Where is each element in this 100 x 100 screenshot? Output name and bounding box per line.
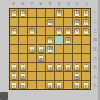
square-7d[interactable] [28,36,36,44]
square-3d[interactable]: 角 [64,36,72,44]
square-8c[interactable] [19,27,27,35]
file-label-6: 6 [36,0,45,8]
square-4i[interactable]: 金 [55,81,63,89]
piece-銀-6f[interactable]: 銀 [38,55,44,62]
piece-歩-3g[interactable]: 歩 [65,64,71,71]
square-6i[interactable] [37,81,45,89]
square-1d[interactable] [82,36,90,44]
piece-歩-9c[interactable]: 歩 [11,28,17,35]
square-9h[interactable]: 香 [10,72,18,80]
square-7i[interactable] [28,81,36,89]
square-5a[interactable] [46,9,54,17]
file-label-3: 3 [64,0,73,8]
file-label-8: 8 [18,0,27,8]
file-label-9: 9 [9,0,18,8]
square-8b[interactable] [19,18,27,26]
piece-角-3d[interactable]: 角 [65,37,71,44]
square-2b[interactable]: 銀 [73,18,81,26]
square-2i[interactable]: 桂 [73,81,81,89]
square-5c[interactable] [46,27,54,35]
piece-歩-8g[interactable]: 歩 [20,64,26,71]
square-7c[interactable]: 歩 [28,27,36,35]
square-1f[interactable] [82,54,90,62]
piece-香-1b[interactable]: 香 [83,19,89,26]
square-1c[interactable]: 歩 [82,27,90,35]
piece-歩-6e[interactable]: 歩 [38,46,44,53]
piece-銀-5e[interactable]: 銀 [47,46,53,53]
piece-歩-5d[interactable]: 歩 [47,37,53,44]
piece-歩-1c[interactable]: 歩 [83,28,89,35]
square-9f[interactable] [10,54,18,62]
square-1a[interactable]: 玉 [82,9,90,17]
square-6g[interactable] [37,63,45,71]
square-3b[interactable] [64,18,72,26]
square-4b[interactable] [55,18,63,26]
piece-金-4i[interactable]: 金 [56,82,62,89]
piece-歩-1g[interactable]: 歩 [83,64,89,71]
square-3g[interactable]: 歩 [64,63,72,71]
square-8h[interactable]: 銀 [19,72,27,80]
square-9d[interactable] [10,36,18,44]
piece-歩-7c[interactable]: 歩 [29,28,35,35]
file-label-2: 2 [73,0,82,8]
square-5g[interactable]: 歩 [46,63,54,71]
piece-歩-2c[interactable]: 歩 [74,28,80,35]
square-7e[interactable]: 歩 [28,45,36,53]
scroll-strip[interactable] [98,0,100,100]
piece-香-1i[interactable]: 香 [83,82,89,89]
square-9c[interactable]: 歩 [10,27,18,35]
piece-桂-8i[interactable]: 桂 [20,82,26,89]
piece-桂-8a[interactable]: 桂 [20,10,26,17]
piece-銀-8h[interactable]: 銀 [20,73,26,80]
square-1h[interactable] [82,72,90,80]
square-5i[interactable]: 金 [46,81,54,89]
square-3i[interactable] [64,81,72,89]
square-9a[interactable]: 香 [10,9,18,17]
square-7g[interactable] [28,63,36,71]
square-6h[interactable] [37,72,45,80]
square-3f[interactable] [64,54,72,62]
file-label-7: 7 [27,0,36,8]
file-label-5: 5 [45,0,54,8]
square-4f[interactable] [55,54,63,62]
file-label-4: 4 [55,0,64,8]
piece-歩-4c[interactable]: 歩 [56,28,62,35]
square-7b[interactable] [28,18,36,26]
square-3h[interactable] [64,72,72,80]
square-2e[interactable] [73,45,81,53]
square-3c[interactable]: 歩 [64,27,72,35]
square-8d[interactable] [19,36,27,44]
square-4g[interactable]: 歩 [55,63,63,71]
square-7f[interactable] [28,54,36,62]
square-2c[interactable]: 歩 [73,27,81,35]
piece-歩-5g[interactable]: 歩 [47,64,53,71]
square-1g[interactable]: 歩 [82,63,90,71]
square-8i[interactable]: 桂 [19,81,27,89]
square-4h[interactable] [55,72,63,80]
square-4c[interactable]: 歩 [55,27,63,35]
square-6b[interactable] [37,18,45,26]
square-1e[interactable] [82,45,90,53]
square-2h[interactable]: 飛 [73,72,81,80]
square-2g[interactable]: 歩 [73,63,81,71]
square-6a[interactable] [37,9,45,17]
square-3a[interactable] [64,9,72,17]
piece-玉-9i[interactable]: 玉 [11,82,17,89]
piece-銀-2b[interactable]: 銀 [74,19,80,26]
square-8g[interactable]: 歩 [19,63,27,71]
square-2f[interactable] [73,54,81,62]
square-1i[interactable]: 香 [82,81,90,89]
piece-桂-2a[interactable]: 桂 [74,10,80,17]
square-1b[interactable]: 香 [82,18,90,26]
piece-歩-3c[interactable]: 歩 [65,28,71,35]
square-5h[interactable] [46,72,54,80]
menu-button[interactable] [0,92,8,100]
piece-歩-2g[interactable]: 歩 [74,64,80,71]
square-2a[interactable]: 桂 [73,9,81,17]
shogi-board: 香桂金桂玉飛銀香歩歩歩歩歩歩歩角歩歩銀銀歩歩歩歩歩歩歩香銀飛玉桂金金桂香 [9,8,91,90]
file-labels: 987654321 [9,0,91,8]
square-4d[interactable] [55,36,63,44]
square-5f[interactable] [46,54,54,62]
square-4e[interactable] [55,45,63,53]
square-9e[interactable] [10,45,18,53]
square-6c[interactable] [37,27,45,35]
square-2d[interactable] [73,36,81,44]
square-6f[interactable]: 銀 [37,54,45,62]
piece-歩-4g[interactable]: 歩 [56,64,62,71]
shogi-app: 987654321 一二三四五六七八九 香桂金桂玉飛銀香歩歩歩歩歩歩歩角歩歩銀銀… [0,0,100,100]
piece-金-5i[interactable]: 金 [47,82,53,89]
square-3e[interactable] [64,45,72,53]
square-7h[interactable] [28,72,36,80]
square-7a[interactable] [28,9,36,17]
piece-飛-2h[interactable]: 飛 [74,73,80,80]
piece-歩-9g[interactable]: 歩 [11,64,17,71]
square-9i[interactable]: 玉 [10,81,18,89]
square-6e[interactable]: 歩 [37,45,45,53]
piece-歩-7e[interactable]: 歩 [29,46,35,53]
piece-香-9h[interactable]: 香 [11,73,17,80]
square-5d[interactable]: 歩 [46,36,54,44]
square-5b[interactable]: 飛 [46,18,54,26]
square-6d[interactable] [37,36,45,44]
square-9b[interactable] [10,18,18,26]
file-label-1: 1 [82,0,91,8]
square-9g[interactable]: 歩 [10,63,18,71]
piece-飛-5b[interactable]: 飛 [47,19,53,26]
piece-香-9a[interactable]: 香 [11,10,17,17]
square-8e[interactable] [19,45,27,53]
square-8a[interactable]: 桂 [19,9,27,17]
piece-金-4a[interactable]: 金 [56,10,62,17]
square-4a[interactable]: 金 [55,9,63,17]
square-8f[interactable] [19,54,27,62]
square-5e[interactable]: 銀 [46,45,54,53]
piece-桂-2i[interactable]: 桂 [74,82,80,89]
piece-玉-1a[interactable]: 玉 [83,10,89,17]
